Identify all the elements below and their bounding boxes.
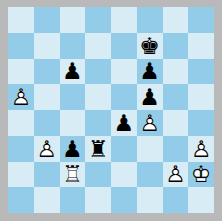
- square-b2[interactable]: [34, 162, 60, 188]
- black-pawn-piece[interactable]: ♟: [112, 111, 136, 135]
- square-a4[interactable]: [8, 110, 34, 136]
- square-b8[interactable]: [34, 7, 60, 33]
- square-g1[interactable]: [163, 187, 189, 213]
- square-e6[interactable]: [111, 59, 137, 85]
- square-b5[interactable]: [34, 84, 60, 110]
- chess-board: ♚♟♟♟♙♟♟♟♙♟♙♟♜♟♙♜♖♟♙♚♔: [8, 7, 214, 213]
- black-king-piece[interactable]: ♚: [138, 34, 162, 58]
- square-h7[interactable]: [188, 33, 214, 59]
- square-e1[interactable]: [111, 187, 137, 213]
- black-rook-piece[interactable]: ♜: [86, 137, 110, 161]
- square-h4[interactable]: [188, 110, 214, 136]
- black-pawn-piece[interactable]: ♟: [138, 85, 162, 109]
- square-d7[interactable]: [85, 33, 111, 59]
- square-a1[interactable]: [8, 187, 34, 213]
- square-d1[interactable]: [85, 187, 111, 213]
- square-d8[interactable]: [85, 7, 111, 33]
- square-h1[interactable]: [188, 187, 214, 213]
- square-e4[interactable]: ♟: [111, 110, 137, 136]
- white-pawn-piece[interactable]: ♟♙: [35, 137, 59, 161]
- square-h8[interactable]: [188, 7, 214, 33]
- white-pawn-piece[interactable]: ♟♙: [9, 85, 33, 109]
- square-e3[interactable]: [111, 136, 137, 162]
- square-a5[interactable]: ♟♙: [8, 84, 34, 110]
- square-h6[interactable]: [188, 59, 214, 85]
- square-h5[interactable]: [188, 84, 214, 110]
- square-f7[interactable]: ♚: [137, 33, 163, 59]
- square-a3[interactable]: [8, 136, 34, 162]
- square-d2[interactable]: [85, 162, 111, 188]
- square-f3[interactable]: [137, 136, 163, 162]
- square-e5[interactable]: [111, 84, 137, 110]
- square-e7[interactable]: [111, 33, 137, 59]
- square-g3[interactable]: [163, 136, 189, 162]
- square-f4[interactable]: ♟♙: [137, 110, 163, 136]
- square-g2[interactable]: ♟♙: [163, 162, 189, 188]
- square-g7[interactable]: [163, 33, 189, 59]
- square-b3[interactable]: ♟♙: [34, 136, 60, 162]
- square-b7[interactable]: [34, 33, 60, 59]
- square-b1[interactable]: [34, 187, 60, 213]
- square-c4[interactable]: [60, 110, 86, 136]
- square-d5[interactable]: [85, 84, 111, 110]
- square-g8[interactable]: [163, 7, 189, 33]
- square-c6[interactable]: ♟: [60, 59, 86, 85]
- square-f1[interactable]: [137, 187, 163, 213]
- square-b4[interactable]: [34, 110, 60, 136]
- square-a7[interactable]: [8, 33, 34, 59]
- square-c7[interactable]: [60, 33, 86, 59]
- square-g5[interactable]: [163, 84, 189, 110]
- black-pawn-piece[interactable]: ♟: [60, 59, 84, 83]
- chess-diagram: ♚♟♟♟♙♟♟♟♙♟♙♟♜♟♙♜♖♟♙♚♔: [0, 0, 222, 221]
- square-d6[interactable]: [85, 59, 111, 85]
- square-c1[interactable]: [60, 187, 86, 213]
- square-c8[interactable]: [60, 7, 86, 33]
- white-pawn-piece[interactable]: ♟♙: [138, 111, 162, 135]
- square-a6[interactable]: [8, 59, 34, 85]
- square-b6[interactable]: [34, 59, 60, 85]
- black-pawn-piece[interactable]: ♟: [138, 59, 162, 83]
- square-c2[interactable]: ♜♖: [60, 162, 86, 188]
- square-d4[interactable]: [85, 110, 111, 136]
- square-f8[interactable]: [137, 7, 163, 33]
- square-h3[interactable]: ♟♙: [188, 136, 214, 162]
- white-rook-piece[interactable]: ♜♖: [60, 162, 84, 186]
- black-pawn-piece[interactable]: ♟: [60, 137, 84, 161]
- square-g4[interactable]: [163, 110, 189, 136]
- square-a8[interactable]: [8, 7, 34, 33]
- white-pawn-piece[interactable]: ♟♙: [163, 162, 187, 186]
- white-pawn-piece[interactable]: ♟♙: [189, 137, 213, 161]
- white-king-piece[interactable]: ♚♔: [189, 162, 213, 186]
- square-e2[interactable]: [111, 162, 137, 188]
- square-a2[interactable]: [8, 162, 34, 188]
- square-g6[interactable]: [163, 59, 189, 85]
- square-c5[interactable]: [60, 84, 86, 110]
- square-d3[interactable]: ♜: [85, 136, 111, 162]
- square-c3[interactable]: ♟: [60, 136, 86, 162]
- square-f2[interactable]: [137, 162, 163, 188]
- square-f6[interactable]: ♟: [137, 59, 163, 85]
- square-f5[interactable]: ♟: [137, 84, 163, 110]
- square-h2[interactable]: ♚♔: [188, 162, 214, 188]
- square-e8[interactable]: [111, 7, 137, 33]
